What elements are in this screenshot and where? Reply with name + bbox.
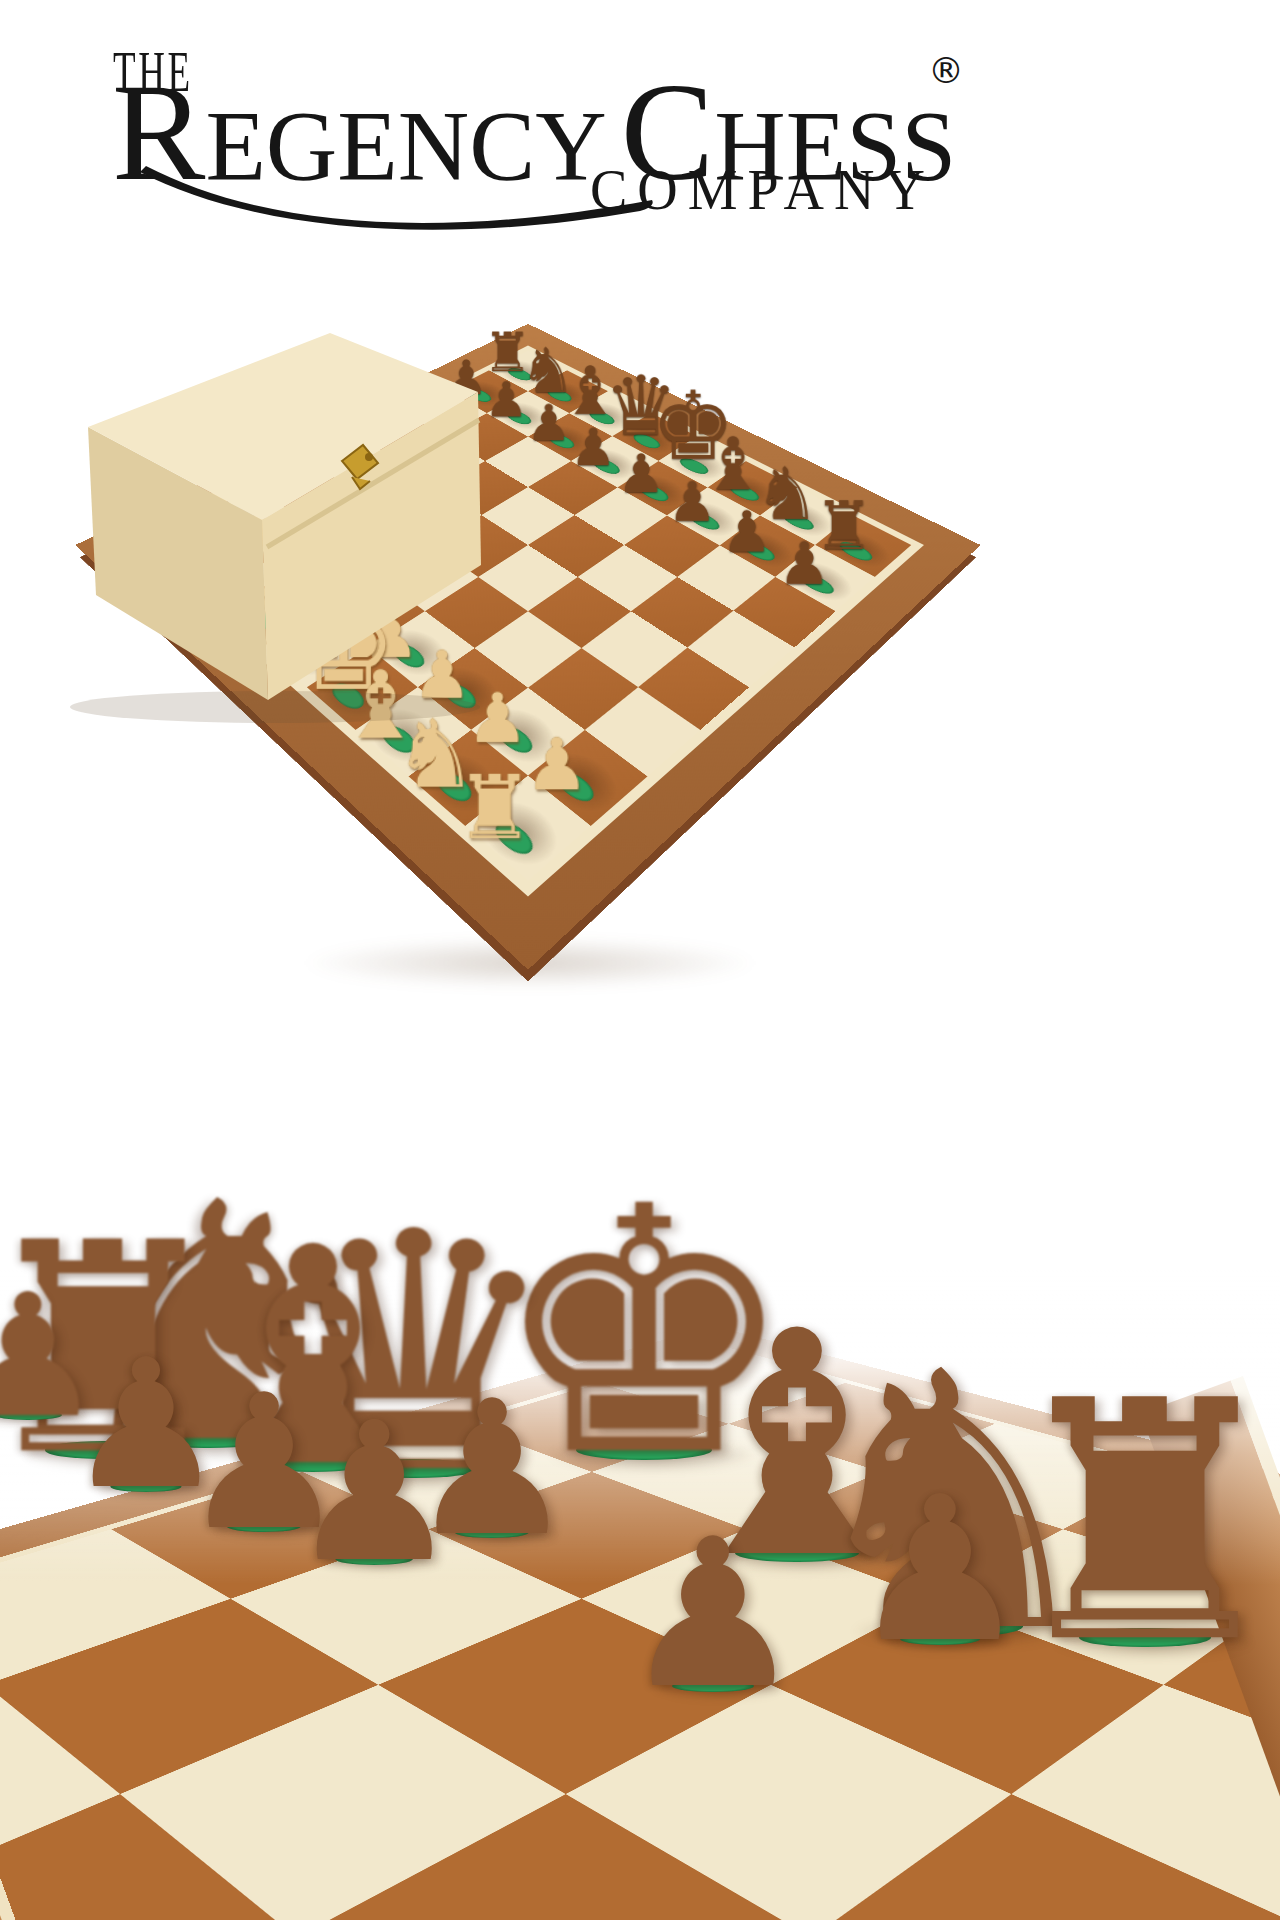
square bbox=[688, 611, 794, 687]
black-pawn: ♟ bbox=[288, 1418, 460, 1568]
black-pawn: ♟ bbox=[769, 534, 840, 593]
product-photo-main: ♜♞♝♛♚♝♞♜♟♟♟♟♟♟♟♟♟♟♟♟♟♟♟♟♜♞♝♛♚♝♞♜ bbox=[0, 265, 1280, 1145]
box-shadow bbox=[70, 691, 480, 723]
black-rook: ♜ bbox=[997, 1395, 1280, 1652]
black-pawn: ♟ bbox=[850, 1492, 1029, 1648]
wooden-storage-box bbox=[60, 285, 500, 725]
closeup-pieces-layer: ♟♜♞♟♝♟♛♟♟♚♝♞♟♟♜ bbox=[0, 1150, 1280, 1920]
black-pawn: ♟ bbox=[621, 1535, 805, 1695]
white-rook: ♜ bbox=[449, 765, 540, 853]
logo-swash-flourish bbox=[0, 0, 1280, 255]
page: THE REGENCYCHESS ® COMPANY ♜♞♝♛♚♝♞♜♟♟♟♟♟… bbox=[0, 0, 1280, 1920]
brand-logo: THE REGENCYCHESS ® COMPANY bbox=[0, 0, 1280, 255]
closeup-photo: ♟♜♞♟♝♟♛♟♟♚♝♞♟♟♜ bbox=[0, 1150, 1280, 1920]
box-clasp-knob bbox=[365, 453, 373, 461]
